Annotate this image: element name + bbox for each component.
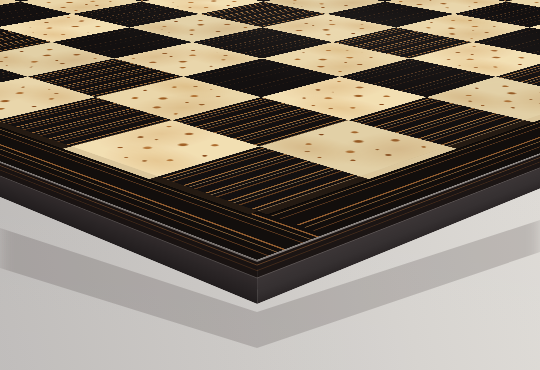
chessboard — [0, 0, 540, 260]
photo-scene — [0, 0, 540, 370]
